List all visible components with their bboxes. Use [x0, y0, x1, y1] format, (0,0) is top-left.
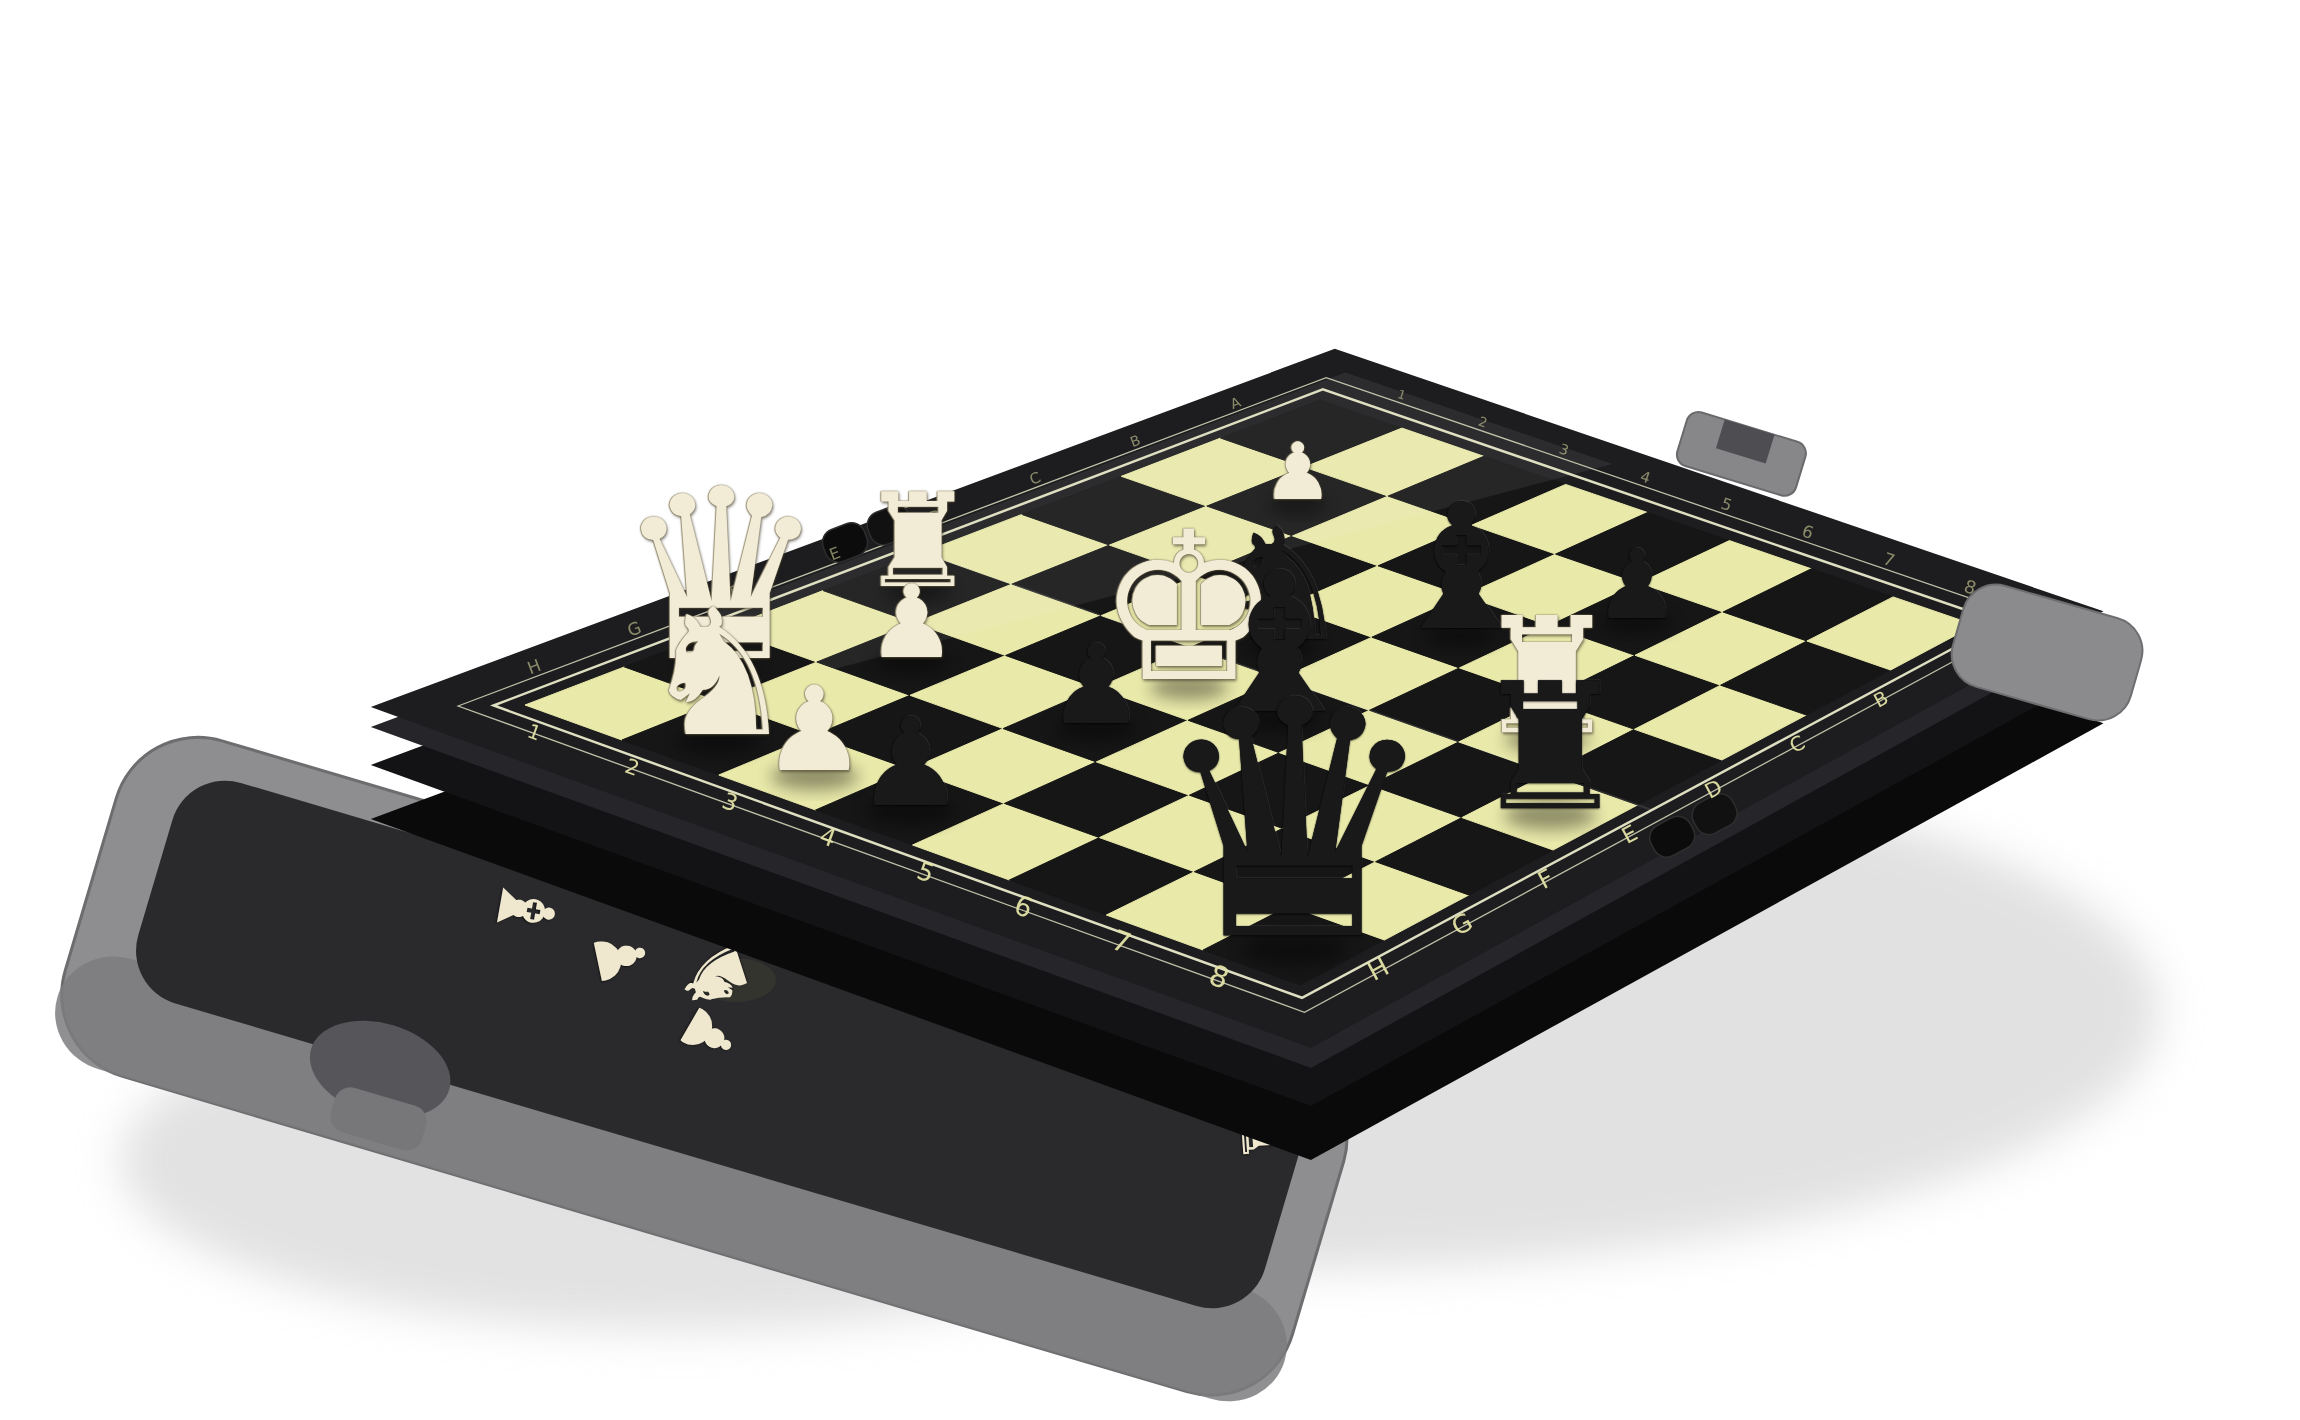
travel-chess-set-photo: ♝♟♞♟♝♟♜1234567812345678HGFEDCBAHGFEDCBA … — [0, 0, 2300, 1420]
piece-glyph: ♟ — [762, 661, 867, 798]
piece-white-pawn-h3[interactable]: ♟ — [762, 671, 867, 788]
piece-black-queen-h8[interactable]: ♛ — [1147, 659, 1441, 987]
piece-black-pawn-h4[interactable]: ♟ — [856, 702, 965, 824]
piece-glyph: ♜ — [1472, 646, 1629, 849]
piece-glyph: ♛ — [1147, 632, 1441, 1013]
piece-glyph: ♟ — [1047, 621, 1146, 749]
piece-black-pawn-f4[interactable]: ♟ — [1047, 630, 1146, 740]
piece-black-rook-e8[interactable]: ♜ — [1472, 660, 1629, 835]
piece-white-pawn-f2[interactable]: ♟ — [866, 572, 957, 673]
piece-glyph: ♟ — [856, 692, 965, 834]
piece-glyph: ♟ — [866, 563, 957, 681]
